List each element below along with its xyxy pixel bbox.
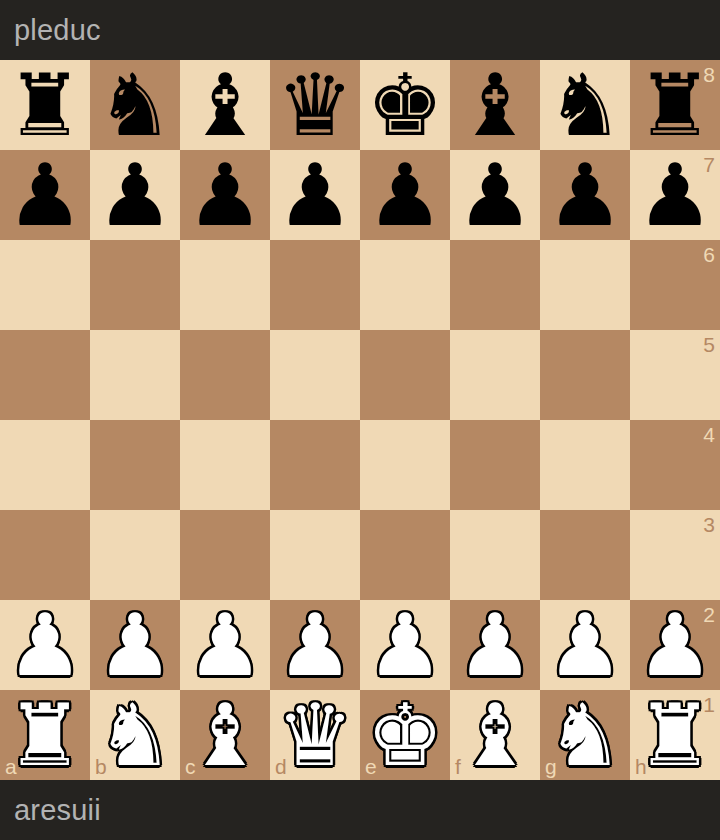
square-d7[interactable]: ♟ xyxy=(270,150,360,240)
square-g1[interactable]: ♞g xyxy=(540,690,630,780)
square-d8[interactable]: ♛ xyxy=(270,60,360,150)
piece-white-pawn[interactable]: ♟ xyxy=(366,600,443,690)
square-d4[interactable] xyxy=(270,420,360,510)
square-e1[interactable]: ♚e xyxy=(360,690,450,780)
square-h3[interactable]: 3 xyxy=(630,510,720,600)
square-g4[interactable] xyxy=(540,420,630,510)
square-h2[interactable]: ♟2 xyxy=(630,600,720,690)
square-e4[interactable] xyxy=(360,420,450,510)
piece-black-rook[interactable]: ♜ xyxy=(636,60,713,150)
square-a2[interactable]: ♟ xyxy=(0,600,90,690)
square-e5[interactable] xyxy=(360,330,450,420)
piece-white-knight[interactable]: ♞ xyxy=(546,690,623,780)
square-e6[interactable] xyxy=(360,240,450,330)
piece-white-pawn[interactable]: ♟ xyxy=(276,600,353,690)
piece-black-pawn[interactable]: ♟ xyxy=(546,150,623,240)
square-h7[interactable]: ♟7 xyxy=(630,150,720,240)
square-c3[interactable] xyxy=(180,510,270,600)
coord-rank-6: 6 xyxy=(703,244,715,265)
square-f5[interactable] xyxy=(450,330,540,420)
piece-black-pawn[interactable]: ♟ xyxy=(276,150,353,240)
square-h8[interactable]: ♜8 xyxy=(630,60,720,150)
square-b5[interactable] xyxy=(90,330,180,420)
square-e7[interactable]: ♟ xyxy=(360,150,450,240)
square-f7[interactable]: ♟ xyxy=(450,150,540,240)
square-h6[interactable]: 6 xyxy=(630,240,720,330)
coord-rank-4: 4 xyxy=(703,424,715,445)
piece-black-bishop[interactable]: ♝ xyxy=(186,60,263,150)
coord-rank-5: 5 xyxy=(703,334,715,355)
square-c5[interactable] xyxy=(180,330,270,420)
square-f2[interactable]: ♟ xyxy=(450,600,540,690)
square-f4[interactable] xyxy=(450,420,540,510)
piece-white-king[interactable]: ♚ xyxy=(366,690,443,780)
square-c7[interactable]: ♟ xyxy=(180,150,270,240)
piece-black-pawn[interactable]: ♟ xyxy=(636,150,713,240)
square-e3[interactable] xyxy=(360,510,450,600)
square-c8[interactable]: ♝ xyxy=(180,60,270,150)
square-c6[interactable] xyxy=(180,240,270,330)
piece-white-bishop[interactable]: ♝ xyxy=(186,690,263,780)
square-b2[interactable]: ♟ xyxy=(90,600,180,690)
square-e2[interactable]: ♟ xyxy=(360,600,450,690)
square-f1[interactable]: ♝f xyxy=(450,690,540,780)
square-g3[interactable] xyxy=(540,510,630,600)
square-d3[interactable] xyxy=(270,510,360,600)
square-d1[interactable]: ♛d xyxy=(270,690,360,780)
square-c1[interactable]: ♝c xyxy=(180,690,270,780)
piece-black-knight[interactable]: ♞ xyxy=(96,60,173,150)
square-h4[interactable]: 4 xyxy=(630,420,720,510)
square-a8[interactable]: ♜ xyxy=(0,60,90,150)
piece-white-pawn[interactable]: ♟ xyxy=(96,600,173,690)
square-b8[interactable]: ♞ xyxy=(90,60,180,150)
square-b3[interactable] xyxy=(90,510,180,600)
piece-black-pawn[interactable]: ♟ xyxy=(96,150,173,240)
top-player-name[interactable]: pleduc xyxy=(14,14,101,47)
square-d5[interactable] xyxy=(270,330,360,420)
square-b7[interactable]: ♟ xyxy=(90,150,180,240)
square-g6[interactable] xyxy=(540,240,630,330)
square-g7[interactable]: ♟ xyxy=(540,150,630,240)
piece-white-queen[interactable]: ♛ xyxy=(276,690,353,780)
piece-white-pawn[interactable]: ♟ xyxy=(636,600,713,690)
square-b4[interactable] xyxy=(90,420,180,510)
square-a7[interactable]: ♟ xyxy=(0,150,90,240)
square-a3[interactable] xyxy=(0,510,90,600)
piece-black-bishop[interactable]: ♝ xyxy=(456,60,533,150)
bottom-player-name[interactable]: aresuii xyxy=(14,794,101,827)
piece-black-pawn[interactable]: ♟ xyxy=(6,150,83,240)
piece-black-rook[interactable]: ♜ xyxy=(6,60,83,150)
square-b6[interactable] xyxy=(90,240,180,330)
square-a5[interactable] xyxy=(0,330,90,420)
square-d6[interactable] xyxy=(270,240,360,330)
square-h1[interactable]: ♜1h xyxy=(630,690,720,780)
piece-white-rook[interactable]: ♜ xyxy=(6,690,83,780)
coord-rank-3: 3 xyxy=(703,514,715,535)
square-e8[interactable]: ♚ xyxy=(360,60,450,150)
square-c2[interactable]: ♟ xyxy=(180,600,270,690)
square-b1[interactable]: ♞b xyxy=(90,690,180,780)
bottom-player-bar: aresuii xyxy=(0,780,720,840)
square-d2[interactable]: ♟ xyxy=(270,600,360,690)
piece-black-pawn[interactable]: ♟ xyxy=(366,150,443,240)
piece-black-pawn[interactable]: ♟ xyxy=(456,150,533,240)
piece-white-knight[interactable]: ♞ xyxy=(96,690,173,780)
square-g2[interactable]: ♟ xyxy=(540,600,630,690)
square-c4[interactable] xyxy=(180,420,270,510)
piece-black-knight[interactable]: ♞ xyxy=(546,60,623,150)
piece-white-pawn[interactable]: ♟ xyxy=(456,600,533,690)
square-h5[interactable]: 5 xyxy=(630,330,720,420)
square-g5[interactable] xyxy=(540,330,630,420)
square-a4[interactable] xyxy=(0,420,90,510)
square-f8[interactable]: ♝ xyxy=(450,60,540,150)
top-player-bar: pleduc xyxy=(0,0,720,60)
square-f6[interactable] xyxy=(450,240,540,330)
chess-board: ♜♞♝♛♚♝♞♜8♟♟♟♟♟♟♟♟76543♟♟♟♟♟♟♟♟2♜a♞b♝c♛d♚… xyxy=(0,60,720,780)
square-g8[interactable]: ♞ xyxy=(540,60,630,150)
square-f3[interactable] xyxy=(450,510,540,600)
square-a1[interactable]: ♜a xyxy=(0,690,90,780)
piece-white-pawn[interactable]: ♟ xyxy=(186,600,263,690)
piece-white-pawn[interactable]: ♟ xyxy=(546,600,623,690)
piece-black-pawn[interactable]: ♟ xyxy=(186,150,263,240)
piece-white-pawn[interactable]: ♟ xyxy=(6,600,83,690)
square-a6[interactable] xyxy=(0,240,90,330)
piece-white-bishop[interactable]: ♝ xyxy=(456,690,533,780)
piece-black-king[interactable]: ♚ xyxy=(366,60,443,150)
piece-black-queen[interactable]: ♛ xyxy=(276,60,353,150)
piece-white-rook[interactable]: ♜ xyxy=(636,690,713,780)
